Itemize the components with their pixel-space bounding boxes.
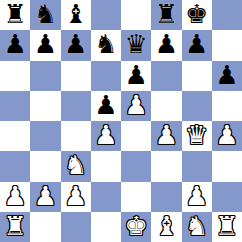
square-a7[interactable]: ♟ bbox=[0, 30, 30, 60]
square-e1[interactable]: ♚ bbox=[121, 212, 151, 242]
black-bishop-icon: ♝ bbox=[64, 1, 87, 27]
black-knight-icon: ♞ bbox=[94, 31, 117, 57]
square-f6[interactable] bbox=[151, 61, 181, 91]
square-e3[interactable] bbox=[121, 151, 151, 181]
square-d7[interactable]: ♞ bbox=[91, 30, 121, 60]
square-c1[interactable] bbox=[61, 212, 91, 242]
square-c2[interactable]: ♟ bbox=[61, 182, 91, 212]
square-e4[interactable] bbox=[121, 121, 151, 151]
black-pawn-icon: ♟ bbox=[94, 92, 117, 118]
square-h2[interactable] bbox=[212, 182, 242, 212]
white-queen-icon: ♛ bbox=[185, 122, 208, 148]
square-g8[interactable]: ♚ bbox=[182, 0, 212, 30]
square-g3[interactable] bbox=[182, 151, 212, 181]
square-h7[interactable] bbox=[212, 30, 242, 60]
square-a4[interactable] bbox=[0, 121, 30, 151]
square-c7[interactable]: ♟ bbox=[61, 30, 91, 60]
black-pawn-icon: ♟ bbox=[34, 31, 57, 57]
square-a5[interactable] bbox=[0, 91, 30, 121]
square-b8[interactable]: ♞ bbox=[30, 0, 60, 30]
square-h4[interactable]: ♟ bbox=[212, 121, 242, 151]
square-b5[interactable] bbox=[30, 91, 60, 121]
white-pawn-icon: ♟ bbox=[185, 183, 208, 209]
white-pawn-icon: ♟ bbox=[215, 122, 238, 148]
square-g1[interactable]: ♞ bbox=[182, 212, 212, 242]
black-pawn-icon: ♟ bbox=[215, 62, 238, 88]
square-g4[interactable]: ♛ bbox=[182, 121, 212, 151]
square-f3[interactable] bbox=[151, 151, 181, 181]
square-b3[interactable] bbox=[30, 151, 60, 181]
square-c6[interactable] bbox=[61, 61, 91, 91]
square-a2[interactable]: ♟ bbox=[0, 182, 30, 212]
black-rook-icon: ♜ bbox=[3, 1, 26, 27]
white-pawn-icon: ♟ bbox=[3, 183, 26, 209]
square-c8[interactable]: ♝ bbox=[61, 0, 91, 30]
black-pawn-icon: ♟ bbox=[3, 31, 26, 57]
square-h8[interactable] bbox=[212, 0, 242, 30]
white-pawn-icon: ♟ bbox=[64, 183, 87, 209]
white-bishop-icon: ♝ bbox=[155, 213, 178, 239]
square-d2[interactable] bbox=[91, 182, 121, 212]
square-f5[interactable] bbox=[151, 91, 181, 121]
square-f2[interactable] bbox=[151, 182, 181, 212]
black-rook-icon: ♜ bbox=[155, 1, 178, 27]
white-pawn-icon: ♟ bbox=[155, 122, 178, 148]
square-f1[interactable]: ♝ bbox=[151, 212, 181, 242]
white-rook-icon: ♜ bbox=[215, 213, 238, 239]
square-h3[interactable] bbox=[212, 151, 242, 181]
square-d4[interactable]: ♟ bbox=[91, 121, 121, 151]
square-d6[interactable] bbox=[91, 61, 121, 91]
square-g2[interactable]: ♟ bbox=[182, 182, 212, 212]
square-a3[interactable] bbox=[0, 151, 30, 181]
square-b2[interactable]: ♟ bbox=[30, 182, 60, 212]
black-pawn-icon: ♟ bbox=[155, 31, 178, 57]
white-pawn-icon: ♟ bbox=[94, 122, 117, 148]
white-rook-icon: ♜ bbox=[3, 213, 26, 239]
square-d3[interactable] bbox=[91, 151, 121, 181]
square-c3[interactable]: ♞ bbox=[61, 151, 91, 181]
white-king-icon: ♚ bbox=[124, 213, 147, 239]
square-d5[interactable]: ♟ bbox=[91, 91, 121, 121]
square-b7[interactable]: ♟ bbox=[30, 30, 60, 60]
black-pawn-icon: ♟ bbox=[124, 62, 147, 88]
square-h1[interactable]: ♜ bbox=[212, 212, 242, 242]
square-e6[interactable]: ♟ bbox=[121, 61, 151, 91]
white-knight-icon: ♞ bbox=[64, 152, 87, 178]
black-queen-icon: ♛ bbox=[124, 31, 147, 57]
black-knight-icon: ♞ bbox=[34, 1, 57, 27]
square-f4[interactable]: ♟ bbox=[151, 121, 181, 151]
square-h6[interactable]: ♟ bbox=[212, 61, 242, 91]
square-e8[interactable] bbox=[121, 0, 151, 30]
square-b6[interactable] bbox=[30, 61, 60, 91]
white-knight-icon: ♞ bbox=[185, 213, 208, 239]
square-e5[interactable]: ♟ bbox=[121, 91, 151, 121]
black-pawn-icon: ♟ bbox=[64, 31, 87, 57]
black-king-icon: ♚ bbox=[185, 1, 208, 27]
white-pawn-icon: ♟ bbox=[34, 183, 57, 209]
square-a8[interactable]: ♜ bbox=[0, 0, 30, 30]
square-h5[interactable] bbox=[212, 91, 242, 121]
square-g7[interactable]: ♟ bbox=[182, 30, 212, 60]
square-g5[interactable] bbox=[182, 91, 212, 121]
square-d8[interactable] bbox=[91, 0, 121, 30]
square-a6[interactable] bbox=[0, 61, 30, 91]
square-f8[interactable]: ♜ bbox=[151, 0, 181, 30]
square-d1[interactable] bbox=[91, 212, 121, 242]
square-e7[interactable]: ♛ bbox=[121, 30, 151, 60]
white-pawn-icon: ♟ bbox=[124, 92, 147, 118]
black-pawn-icon: ♟ bbox=[185, 31, 208, 57]
square-b4[interactable] bbox=[30, 121, 60, 151]
square-b1[interactable] bbox=[30, 212, 60, 242]
square-a1[interactable]: ♜ bbox=[0, 212, 30, 242]
square-g6[interactable] bbox=[182, 61, 212, 91]
square-c5[interactable] bbox=[61, 91, 91, 121]
square-c4[interactable] bbox=[61, 121, 91, 151]
square-f7[interactable]: ♟ bbox=[151, 30, 181, 60]
chess-board: ♜♞♝♜♚♟♟♟♞♛♟♟♟♟♟♟♟♟♛♟♞♟♟♟♟♜♚♝♞♜ bbox=[0, 0, 242, 242]
square-e2[interactable] bbox=[121, 182, 151, 212]
